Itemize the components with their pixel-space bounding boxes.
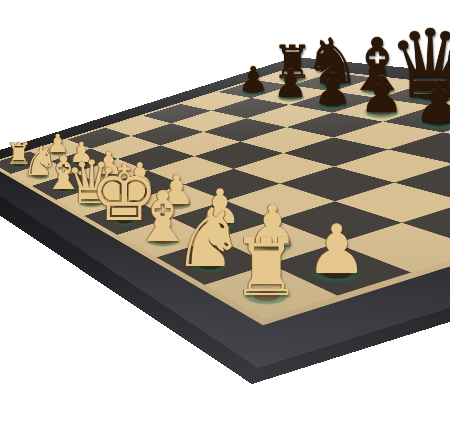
- white-rook-glyph: ♜: [231, 229, 302, 308]
- chess-set-photo: ♜♞♝♛♚♝♞♜♟♟♟♟♟♟♟♟♟♟♟♟♟♟♟♟♜♞♝♛♚♝♞♜: [0, 0, 450, 446]
- piece-black-pawn-f7[interactable]: ♟: [447, 77, 450, 144]
- black-pawn-glyph: ♟: [413, 74, 450, 131]
- piece-black-pawn-e7[interactable]: ♟: [379, 74, 450, 131]
- piece-white-rook-h1[interactable]: ♜: [207, 229, 327, 308]
